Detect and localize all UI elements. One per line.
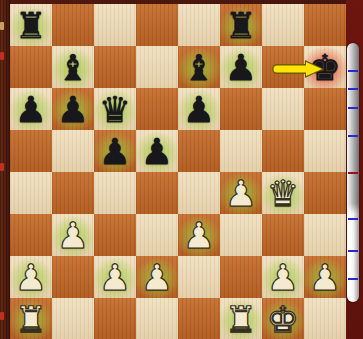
piece-white-king[interactable]: ♚ (262, 298, 304, 339)
square-g2[interactable]: ♟ (262, 256, 304, 298)
evaluation-slider[interactable] (347, 43, 359, 302)
square-c2[interactable]: ♟ (94, 256, 136, 298)
eval-tick-blue (348, 278, 358, 280)
piece-black-rook[interactable]: ♜ (220, 4, 262, 46)
eval-tick-blue (348, 250, 358, 252)
square-f5[interactable] (220, 130, 262, 172)
piece-black-pawn[interactable]: ♟ (178, 88, 220, 130)
square-h7[interactable]: ♚ (304, 46, 346, 88)
square-g3[interactable] (262, 214, 304, 256)
frame-notch (0, 312, 4, 320)
square-b7[interactable]: ♝ (52, 46, 94, 88)
chess-board: ♜♜♝♝♟♚♟♟♛♟♟♟♟♛♟♟♟♟♟♟♟♜♜♚ (10, 4, 346, 339)
piece-black-pawn[interactable]: ♟ (220, 46, 262, 88)
eval-tick-blue (348, 70, 358, 72)
chess-app-window: ♜♜♝♝♟♚♟♟♛♟♟♟♟♛♟♟♟♟♟♟♟♜♜♚ (0, 0, 363, 339)
square-h3[interactable] (304, 214, 346, 256)
square-g1[interactable]: ♚ (262, 298, 304, 339)
square-e5[interactable] (178, 130, 220, 172)
eval-tick-blue (348, 135, 358, 137)
piece-white-pawn[interactable]: ♟ (136, 256, 178, 298)
square-a5[interactable] (10, 130, 52, 172)
eval-tick-blue (348, 107, 358, 109)
square-g7[interactable] (262, 46, 304, 88)
square-f1[interactable]: ♜ (220, 298, 262, 339)
frame-notch (0, 52, 4, 60)
square-a4[interactable] (10, 172, 52, 214)
square-f3[interactable] (220, 214, 262, 256)
square-f8[interactable]: ♜ (220, 4, 262, 46)
piece-black-bishop[interactable]: ♝ (52, 46, 94, 88)
piece-white-pawn[interactable]: ♟ (178, 214, 220, 256)
square-e8[interactable] (178, 4, 220, 46)
piece-white-rook[interactable]: ♜ (220, 298, 262, 339)
square-d3[interactable] (136, 214, 178, 256)
square-e3[interactable]: ♟ (178, 214, 220, 256)
piece-white-queen[interactable]: ♛ (262, 172, 304, 214)
square-d7[interactable] (136, 46, 178, 88)
square-g6[interactable] (262, 88, 304, 130)
square-c3[interactable] (94, 214, 136, 256)
square-d4[interactable] (136, 172, 178, 214)
square-e7[interactable]: ♝ (178, 46, 220, 88)
square-d2[interactable]: ♟ (136, 256, 178, 298)
square-a7[interactable] (10, 46, 52, 88)
piece-black-pawn[interactable]: ♟ (94, 130, 136, 172)
square-a8[interactable]: ♜ (10, 4, 52, 46)
square-g4[interactable]: ♛ (262, 172, 304, 214)
square-b1[interactable] (52, 298, 94, 339)
piece-black-pawn[interactable]: ♟ (52, 88, 94, 130)
piece-white-rook[interactable]: ♜ (10, 298, 52, 339)
square-d1[interactable] (136, 298, 178, 339)
square-g8[interactable] (262, 4, 304, 46)
square-a6[interactable]: ♟ (10, 88, 52, 130)
eval-tick-blue (348, 218, 358, 220)
square-b4[interactable] (52, 172, 94, 214)
square-c4[interactable] (94, 172, 136, 214)
piece-white-pawn[interactable]: ♟ (10, 256, 52, 298)
eval-tick-red (348, 172, 358, 174)
square-a2[interactable]: ♟ (10, 256, 52, 298)
square-b2[interactable] (52, 256, 94, 298)
square-d6[interactable] (136, 88, 178, 130)
square-f7[interactable]: ♟ (220, 46, 262, 88)
square-g5[interactable] (262, 130, 304, 172)
square-b6[interactable]: ♟ (52, 88, 94, 130)
piece-black-bishop[interactable]: ♝ (178, 46, 220, 88)
piece-black-pawn[interactable]: ♟ (136, 130, 178, 172)
square-c1[interactable] (94, 298, 136, 339)
frame-notch (0, 163, 4, 171)
square-h2[interactable]: ♟ (304, 256, 346, 298)
piece-white-pawn[interactable]: ♟ (304, 256, 346, 298)
square-e4[interactable] (178, 172, 220, 214)
piece-white-pawn[interactable]: ♟ (220, 172, 262, 214)
piece-white-pawn[interactable]: ♟ (262, 256, 304, 298)
square-h8[interactable] (304, 4, 346, 46)
piece-black-king[interactable]: ♚ (304, 46, 346, 88)
piece-white-pawn[interactable]: ♟ (94, 256, 136, 298)
square-h1[interactable] (304, 298, 346, 339)
square-c7[interactable] (94, 46, 136, 88)
square-h6[interactable] (304, 88, 346, 130)
square-f6[interactable] (220, 88, 262, 130)
square-e2[interactable] (178, 256, 220, 298)
square-h5[interactable] (304, 130, 346, 172)
square-b3[interactable]: ♟ (52, 214, 94, 256)
piece-black-rook[interactable]: ♜ (10, 4, 52, 46)
frame-notch (0, 22, 4, 30)
square-e1[interactable] (178, 298, 220, 339)
square-c5[interactable]: ♟ (94, 130, 136, 172)
piece-black-pawn[interactable]: ♟ (10, 88, 52, 130)
eval-tick-blue (348, 88, 358, 90)
square-f2[interactable] (220, 256, 262, 298)
piece-black-queen[interactable]: ♛ (94, 88, 136, 130)
square-h4[interactable] (304, 172, 346, 214)
piece-white-pawn[interactable]: ♟ (52, 214, 94, 256)
square-c8[interactable] (94, 4, 136, 46)
square-c6[interactable]: ♛ (94, 88, 136, 130)
square-a1[interactable]: ♜ (10, 298, 52, 339)
square-b5[interactable] (52, 130, 94, 172)
board-frame-left (0, 0, 10, 339)
square-f4[interactable]: ♟ (220, 172, 262, 214)
square-d8[interactable] (136, 4, 178, 46)
square-a3[interactable] (10, 214, 52, 256)
square-e6[interactable]: ♟ (178, 88, 220, 130)
square-b8[interactable] (52, 4, 94, 46)
square-d5[interactable]: ♟ (136, 130, 178, 172)
